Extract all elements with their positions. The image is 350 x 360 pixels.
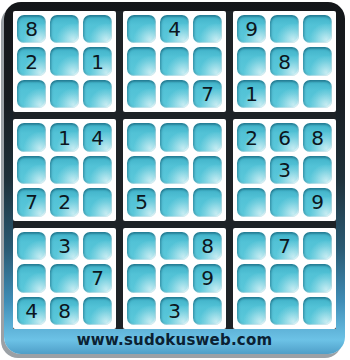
cell-r1c4[interactable] — [127, 15, 156, 43]
cell-r8c4[interactable] — [127, 264, 156, 292]
cell-r7c2[interactable]: 3 — [50, 232, 79, 260]
cell-r7c3[interactable] — [83, 232, 112, 260]
cell-r9c9[interactable] — [303, 297, 332, 325]
cell-r4c9[interactable]: 8 — [303, 123, 332, 151]
cell-r2c1[interactable]: 2 — [17, 47, 46, 75]
cell-r6c4[interactable]: 5 — [127, 188, 156, 216]
cell-r9c6[interactable] — [193, 297, 222, 325]
box-3-1: 3748 — [13, 228, 116, 329]
cell-r4c1[interactable] — [17, 123, 46, 151]
cell-r4c2[interactable]: 1 — [50, 123, 79, 151]
cell-r9c7[interactable] — [237, 297, 266, 325]
cell-r7c7[interactable] — [237, 232, 266, 260]
cell-r3c7[interactable]: 1 — [237, 80, 266, 108]
cell-r2c5[interactable] — [160, 47, 189, 75]
box-1-1: 821 — [13, 11, 116, 112]
cell-r5c1[interactable] — [17, 156, 46, 184]
cell-r4c6[interactable] — [193, 123, 222, 151]
cell-r7c6[interactable]: 8 — [193, 232, 222, 260]
cell-r1c3[interactable] — [83, 15, 112, 43]
cell-r4c7[interactable]: 2 — [237, 123, 266, 151]
cell-r5c3[interactable] — [83, 156, 112, 184]
cell-r9c4[interactable] — [127, 297, 156, 325]
cell-r1c5[interactable]: 4 — [160, 15, 189, 43]
cell-r2c2[interactable] — [50, 47, 79, 75]
cell-r7c5[interactable] — [160, 232, 189, 260]
cell-r5c9[interactable] — [303, 156, 332, 184]
cell-r6c7[interactable] — [237, 188, 266, 216]
cell-r3c8[interactable] — [270, 80, 299, 108]
website-link[interactable]: www.sudokusweb.com — [4, 331, 345, 349]
cell-r7c8[interactable]: 7 — [270, 232, 299, 260]
cell-r5c8[interactable]: 3 — [270, 156, 299, 184]
cell-r6c1[interactable]: 7 — [17, 188, 46, 216]
cell-r1c7[interactable]: 9 — [237, 15, 266, 43]
cell-r1c6[interactable] — [193, 15, 222, 43]
cell-r3c5[interactable] — [160, 80, 189, 108]
cell-r4c5[interactable] — [160, 123, 189, 151]
cell-r2c8[interactable]: 8 — [270, 47, 299, 75]
cell-r1c1[interactable]: 8 — [17, 15, 46, 43]
cell-r9c1[interactable]: 4 — [17, 297, 46, 325]
cell-r2c7[interactable] — [237, 47, 266, 75]
cell-r7c9[interactable] — [303, 232, 332, 260]
cell-r4c8[interactable]: 6 — [270, 123, 299, 151]
cell-r8c3[interactable]: 7 — [83, 264, 112, 292]
cell-r8c7[interactable] — [237, 264, 266, 292]
cell-r8c8[interactable] — [270, 264, 299, 292]
cell-r8c6[interactable]: 9 — [193, 264, 222, 292]
box-3-2: 893 — [123, 228, 226, 329]
cell-r6c6[interactable] — [193, 188, 222, 216]
cell-r9c8[interactable] — [270, 297, 299, 325]
cell-r2c4[interactable] — [127, 47, 156, 75]
box-3-3: 7 — [233, 228, 336, 329]
cell-r6c8[interactable] — [270, 188, 299, 216]
cell-r5c4[interactable] — [127, 156, 156, 184]
cell-r1c9[interactable] — [303, 15, 332, 43]
cell-r5c6[interactable] — [193, 156, 222, 184]
cell-r6c2[interactable]: 2 — [50, 188, 79, 216]
cell-r9c2[interactable]: 8 — [50, 297, 79, 325]
cell-r8c1[interactable] — [17, 264, 46, 292]
cell-r3c3[interactable] — [83, 80, 112, 108]
box-2-3: 26839 — [233, 119, 336, 220]
cell-r6c3[interactable] — [83, 188, 112, 216]
cell-r9c5[interactable]: 3 — [160, 297, 189, 325]
box-1-3: 981 — [233, 11, 336, 112]
cell-r7c4[interactable] — [127, 232, 156, 260]
cell-r1c8[interactable] — [270, 15, 299, 43]
cell-r2c3[interactable]: 1 — [83, 47, 112, 75]
cell-r4c3[interactable]: 4 — [83, 123, 112, 151]
board-frame: 82147981147252683937488937 www.sudokuswe… — [4, 2, 345, 354]
cell-r2c9[interactable] — [303, 47, 332, 75]
cell-r5c5[interactable] — [160, 156, 189, 184]
cell-r6c9[interactable]: 9 — [303, 188, 332, 216]
cell-r8c5[interactable] — [160, 264, 189, 292]
cell-r5c2[interactable] — [50, 156, 79, 184]
cell-r9c3[interactable] — [83, 297, 112, 325]
cell-r3c9[interactable] — [303, 80, 332, 108]
cell-r2c6[interactable] — [193, 47, 222, 75]
box-1-2: 47 — [123, 11, 226, 112]
cell-r4c4[interactable] — [127, 123, 156, 151]
cell-r8c9[interactable] — [303, 264, 332, 292]
cell-r3c1[interactable] — [17, 80, 46, 108]
box-2-1: 1472 — [13, 119, 116, 220]
cell-r7c1[interactable] — [17, 232, 46, 260]
cell-r1c2[interactable] — [50, 15, 79, 43]
cell-r3c6[interactable]: 7 — [193, 80, 222, 108]
cell-r6c5[interactable] — [160, 188, 189, 216]
cell-r3c4[interactable] — [127, 80, 156, 108]
sudoku-widget: 82147981147252683937488937 www.sudokuswe… — [0, 0, 350, 360]
cell-r8c2[interactable] — [50, 264, 79, 292]
cell-r5c7[interactable] — [237, 156, 266, 184]
box-2-2: 5 — [123, 119, 226, 220]
cell-r3c2[interactable] — [50, 80, 79, 108]
sudoku-board: 82147981147252683937488937 — [13, 11, 336, 329]
